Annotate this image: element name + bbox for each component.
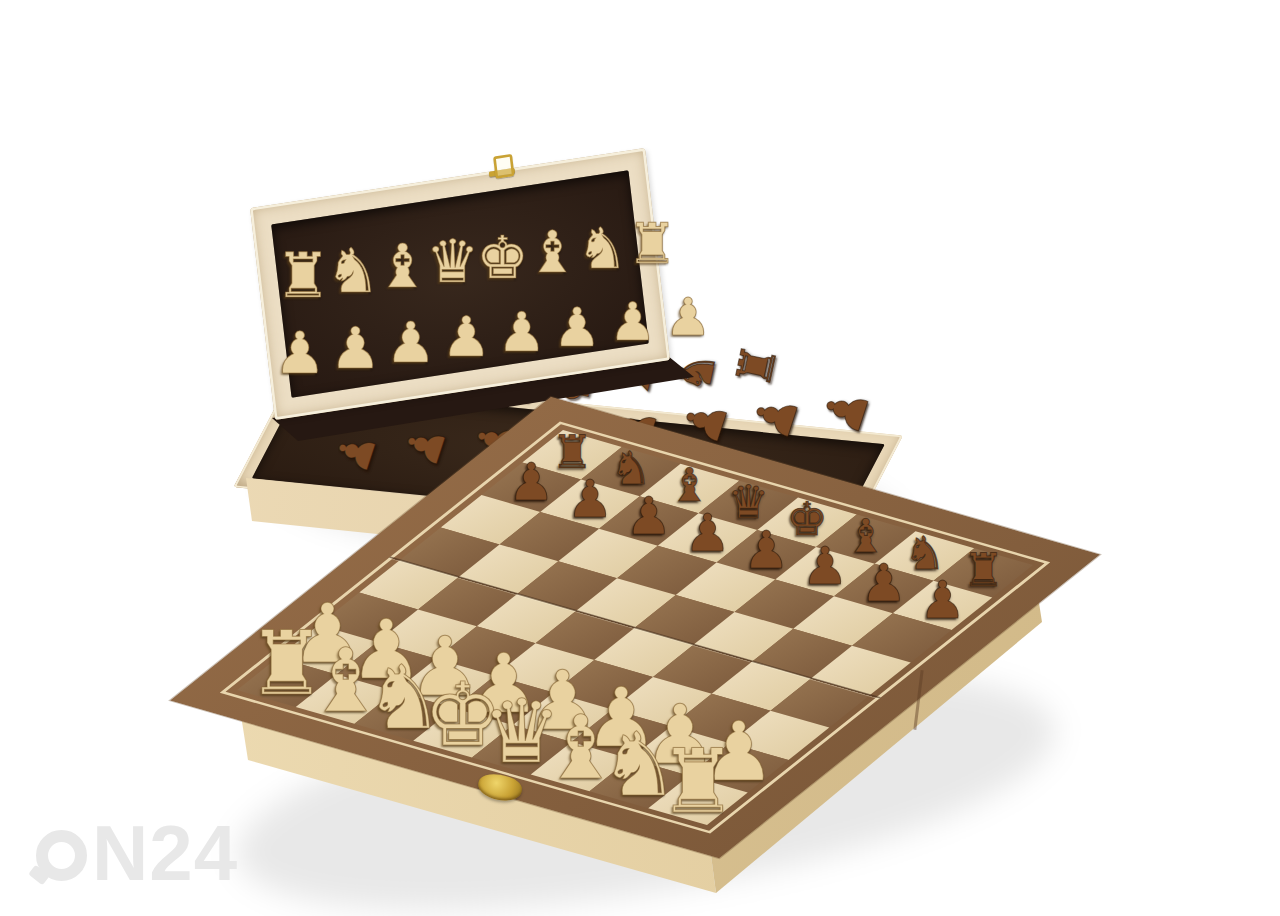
product-photo: ♜♞♝♛♚♝♞♜♟♟♟♟♟♟♟♟♟♟♟♟♟♟♟♟♜♝♞♚♛♝♞♜♜♞♝♛♚♝♞♜…	[0, 0, 1280, 916]
brass-latch-icon	[493, 154, 514, 179]
watermark-text: N24	[92, 822, 238, 884]
watermark: N24	[22, 822, 238, 884]
magnifier-o-icon	[36, 830, 87, 881]
lid-felt-lining	[271, 170, 649, 397]
stored-piece-dark-rook: ♜	[728, 340, 784, 392]
stored-piece-light-pawn: ♟	[665, 291, 712, 343]
